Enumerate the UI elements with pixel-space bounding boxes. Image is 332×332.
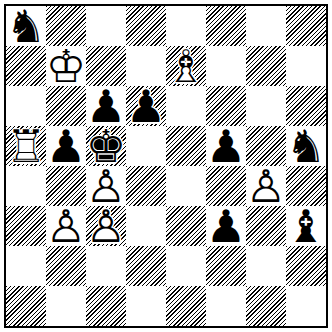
square-g2[interactable] bbox=[246, 246, 286, 286]
square-h3[interactable]: ♝♝ bbox=[286, 206, 326, 246]
piece-black-king-c5: ♚♚ bbox=[86, 126, 126, 166]
piece-white-king-b7: ♚♔ bbox=[46, 46, 86, 86]
piece-white-pawn-c3: ♟♙ bbox=[86, 206, 126, 246]
square-b3[interactable]: ♟♙ bbox=[46, 206, 86, 246]
square-d3[interactable] bbox=[126, 206, 166, 246]
piece-white-pawn-g4: ♟♙ bbox=[246, 166, 286, 206]
square-g8[interactable] bbox=[246, 6, 286, 46]
square-e6[interactable] bbox=[166, 86, 206, 126]
white-pawn-fill-glyph: ♟ bbox=[86, 166, 126, 206]
square-e1[interactable] bbox=[166, 286, 206, 326]
square-c5[interactable]: ♚♚ bbox=[86, 126, 126, 166]
square-d7[interactable] bbox=[126, 46, 166, 86]
piece-white-pawn-c4: ♟♙ bbox=[86, 166, 126, 206]
white-pawn-fill-glyph: ♟ bbox=[246, 166, 286, 206]
black-king-icon: ♚ bbox=[86, 126, 126, 166]
white-pawn-fill-glyph: ♟ bbox=[86, 206, 126, 246]
square-e5[interactable] bbox=[166, 126, 206, 166]
square-f4[interactable] bbox=[206, 166, 246, 206]
square-e8[interactable] bbox=[166, 6, 206, 46]
square-e4[interactable] bbox=[166, 166, 206, 206]
chess-diagram: ♞♞♚♔♝♗♟♟♟♟♜♖♟♟♚♚♟♟♞♞♟♙♟♙♟♙♟♙♟♟♝♝ bbox=[0, 0, 332, 332]
piece-black-pawn-f3: ♟♟ bbox=[206, 206, 246, 246]
square-b5[interactable]: ♟♟ bbox=[46, 126, 86, 166]
piece-black-pawn-c6: ♟♟ bbox=[86, 86, 126, 126]
square-c7[interactable] bbox=[86, 46, 126, 86]
square-f5[interactable]: ♟♟ bbox=[206, 126, 246, 166]
square-b8[interactable] bbox=[46, 6, 86, 46]
piece-white-rook-a5: ♜♖ bbox=[6, 126, 46, 166]
square-g1[interactable] bbox=[246, 286, 286, 326]
black-knight-icon: ♞ bbox=[286, 126, 326, 166]
square-b1[interactable] bbox=[46, 286, 86, 326]
black-pawn-fill-glyph: ♟ bbox=[86, 86, 126, 126]
black-knight-fill-glyph: ♞ bbox=[286, 126, 326, 166]
white-rook-fill-glyph: ♜ bbox=[6, 126, 46, 166]
square-h1[interactable] bbox=[286, 286, 326, 326]
square-f2[interactable] bbox=[206, 246, 246, 286]
black-pawn-fill-glyph: ♟ bbox=[126, 86, 166, 126]
square-f6[interactable] bbox=[206, 86, 246, 126]
square-g6[interactable] bbox=[246, 86, 286, 126]
square-f8[interactable] bbox=[206, 6, 246, 46]
square-d1[interactable] bbox=[126, 286, 166, 326]
square-c1[interactable] bbox=[86, 286, 126, 326]
square-a2[interactable] bbox=[6, 246, 46, 286]
square-g4[interactable]: ♟♙ bbox=[246, 166, 286, 206]
piece-black-pawn-b5: ♟♟ bbox=[46, 126, 86, 166]
square-e3[interactable] bbox=[166, 206, 206, 246]
square-h7[interactable] bbox=[286, 46, 326, 86]
white-bishop-fill-glyph: ♝ bbox=[166, 46, 206, 86]
square-a1[interactable] bbox=[6, 286, 46, 326]
square-h5[interactable]: ♞♞ bbox=[286, 126, 326, 166]
square-g3[interactable] bbox=[246, 206, 286, 246]
square-c2[interactable] bbox=[86, 246, 126, 286]
square-f3[interactable]: ♟♟ bbox=[206, 206, 246, 246]
square-h6[interactable] bbox=[286, 86, 326, 126]
white-pawn-fill-glyph: ♟ bbox=[46, 206, 86, 246]
square-b6[interactable] bbox=[46, 86, 86, 126]
square-f1[interactable] bbox=[206, 286, 246, 326]
square-a3[interactable] bbox=[6, 206, 46, 246]
square-d8[interactable] bbox=[126, 6, 166, 46]
square-c3[interactable]: ♟♙ bbox=[86, 206, 126, 246]
black-pawn-icon: ♟ bbox=[86, 86, 126, 126]
square-c8[interactable] bbox=[86, 6, 126, 46]
black-pawn-fill-glyph: ♟ bbox=[206, 126, 246, 166]
black-bishop-icon: ♝ bbox=[286, 206, 326, 246]
piece-black-knight-a8: ♞♞ bbox=[6, 6, 46, 46]
square-g7[interactable] bbox=[246, 46, 286, 86]
square-d6[interactable]: ♟♟ bbox=[126, 86, 166, 126]
white-pawn-icon: ♙ bbox=[86, 166, 126, 206]
black-pawn-fill-glyph: ♟ bbox=[46, 126, 86, 166]
square-h8[interactable] bbox=[286, 6, 326, 46]
white-pawn-icon: ♙ bbox=[86, 206, 126, 246]
piece-black-knight-h5: ♞♞ bbox=[286, 126, 326, 166]
white-pawn-icon: ♙ bbox=[46, 206, 86, 246]
square-a4[interactable] bbox=[6, 166, 46, 206]
square-b4[interactable] bbox=[46, 166, 86, 206]
white-king-icon: ♔ bbox=[46, 46, 86, 86]
chess-board: ♞♞♚♔♝♗♟♟♟♟♜♖♟♟♚♚♟♟♞♞♟♙♟♙♟♙♟♙♟♟♝♝ bbox=[4, 4, 328, 328]
square-a6[interactable] bbox=[6, 86, 46, 126]
square-e7[interactable]: ♝♗ bbox=[166, 46, 206, 86]
black-pawn-icon: ♟ bbox=[206, 126, 246, 166]
square-h2[interactable] bbox=[286, 246, 326, 286]
white-pawn-icon: ♙ bbox=[246, 166, 286, 206]
piece-black-bishop-h3: ♝♝ bbox=[286, 206, 326, 246]
black-king-fill-glyph: ♚ bbox=[86, 126, 126, 166]
black-pawn-icon: ♟ bbox=[126, 86, 166, 126]
piece-black-pawn-f5: ♟♟ bbox=[206, 126, 246, 166]
square-c4[interactable]: ♟♙ bbox=[86, 166, 126, 206]
white-bishop-icon: ♗ bbox=[166, 46, 206, 86]
square-f7[interactable] bbox=[206, 46, 246, 86]
square-a8[interactable]: ♞♞ bbox=[6, 6, 46, 46]
square-d4[interactable] bbox=[126, 166, 166, 206]
piece-white-pawn-b3: ♟♙ bbox=[46, 206, 86, 246]
white-rook-icon: ♖ bbox=[6, 126, 46, 166]
black-knight-icon: ♞ bbox=[6, 6, 46, 46]
black-knight-fill-glyph: ♞ bbox=[6, 6, 46, 46]
square-b2[interactable] bbox=[46, 246, 86, 286]
square-d5[interactable] bbox=[126, 126, 166, 166]
piece-white-bishop-e7: ♝♗ bbox=[166, 46, 206, 86]
square-a7[interactable] bbox=[6, 46, 46, 86]
square-a5[interactable]: ♜♖ bbox=[6, 126, 46, 166]
square-h4[interactable] bbox=[286, 166, 326, 206]
square-d2[interactable] bbox=[126, 246, 166, 286]
black-pawn-icon: ♟ bbox=[206, 206, 246, 246]
white-king-fill-glyph: ♚ bbox=[46, 46, 86, 86]
black-pawn-icon: ♟ bbox=[46, 126, 86, 166]
black-pawn-fill-glyph: ♟ bbox=[206, 206, 246, 246]
square-g5[interactable] bbox=[246, 126, 286, 166]
square-e2[interactable] bbox=[166, 246, 206, 286]
square-b7[interactable]: ♚♔ bbox=[46, 46, 86, 86]
square-c6[interactable]: ♟♟ bbox=[86, 86, 126, 126]
piece-black-pawn-d6: ♟♟ bbox=[126, 86, 166, 126]
black-bishop-fill-glyph: ♝ bbox=[286, 206, 326, 246]
